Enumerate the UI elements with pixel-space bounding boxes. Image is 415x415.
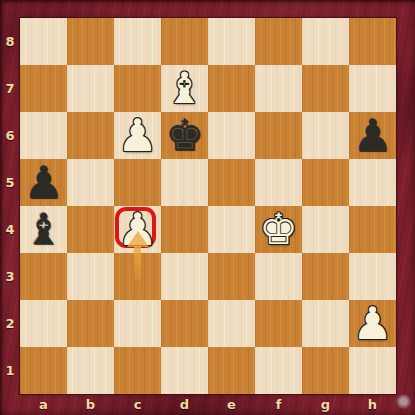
square-e5[interactable] [208, 159, 255, 206]
square-b2[interactable] [67, 300, 114, 347]
square-a2[interactable] [20, 300, 67, 347]
square-h6[interactable] [349, 112, 396, 159]
square-c2[interactable] [114, 300, 161, 347]
square-h7[interactable] [349, 65, 396, 112]
square-g8[interactable] [302, 18, 349, 65]
square-g5[interactable] [302, 159, 349, 206]
square-g3[interactable] [302, 253, 349, 300]
square-a4[interactable] [20, 206, 67, 253]
square-c6[interactable] [114, 112, 161, 159]
file-label-f: f [255, 394, 302, 415]
square-b6[interactable] [67, 112, 114, 159]
square-e7[interactable] [208, 65, 255, 112]
square-c8[interactable] [114, 18, 161, 65]
square-a3[interactable] [20, 253, 67, 300]
square-h3[interactable] [349, 253, 396, 300]
square-d1[interactable] [161, 347, 208, 394]
square-e1[interactable] [208, 347, 255, 394]
file-label-b: b [67, 394, 114, 415]
dotted-circle-logo-icon [396, 394, 411, 409]
square-b3[interactable] [67, 253, 114, 300]
chess-board [20, 18, 396, 394]
square-g2[interactable] [302, 300, 349, 347]
square-g6[interactable] [302, 112, 349, 159]
square-f6[interactable] [255, 112, 302, 159]
square-a6[interactable] [20, 112, 67, 159]
square-f4[interactable] [255, 206, 302, 253]
square-d4[interactable] [161, 206, 208, 253]
square-h2[interactable] [349, 300, 396, 347]
square-e8[interactable] [208, 18, 255, 65]
square-b8[interactable] [67, 18, 114, 65]
square-h8[interactable] [349, 18, 396, 65]
file-label-e: e [208, 394, 255, 415]
chess-board-frame: ♝♟♚♟♟♝♟♚♟ 87654321abcdefgh [0, 0, 415, 415]
square-b4[interactable] [67, 206, 114, 253]
file-label-a: a [20, 394, 67, 415]
file-label-g: g [302, 394, 349, 415]
square-e6[interactable] [208, 112, 255, 159]
square-f1[interactable] [255, 347, 302, 394]
square-e3[interactable] [208, 253, 255, 300]
square-g4[interactable] [302, 206, 349, 253]
square-a1[interactable] [20, 347, 67, 394]
rank-label-6: 6 [0, 112, 20, 159]
square-c3[interactable] [114, 253, 161, 300]
square-f5[interactable] [255, 159, 302, 206]
square-c5[interactable] [114, 159, 161, 206]
square-b5[interactable] [67, 159, 114, 206]
square-f2[interactable] [255, 300, 302, 347]
square-e4[interactable] [208, 206, 255, 253]
square-g1[interactable] [302, 347, 349, 394]
square-h1[interactable] [349, 347, 396, 394]
square-e2[interactable] [208, 300, 255, 347]
rank-label-3: 3 [0, 253, 20, 300]
square-a8[interactable] [20, 18, 67, 65]
file-label-h: h [349, 394, 396, 415]
square-f7[interactable] [255, 65, 302, 112]
square-f3[interactable] [255, 253, 302, 300]
square-d7[interactable] [161, 65, 208, 112]
square-h4[interactable] [349, 206, 396, 253]
square-c1[interactable] [114, 347, 161, 394]
square-d6[interactable] [161, 112, 208, 159]
square-a5[interactable] [20, 159, 67, 206]
rank-label-4: 4 [0, 206, 20, 253]
square-d3[interactable] [161, 253, 208, 300]
square-c4[interactable] [114, 206, 161, 253]
square-b1[interactable] [67, 347, 114, 394]
file-label-c: c [114, 394, 161, 415]
rank-label-1: 1 [0, 347, 20, 394]
rank-label-5: 5 [0, 159, 20, 206]
square-f8[interactable] [255, 18, 302, 65]
square-d5[interactable] [161, 159, 208, 206]
square-d8[interactable] [161, 18, 208, 65]
square-b7[interactable] [67, 65, 114, 112]
square-g7[interactable] [302, 65, 349, 112]
file-label-d: d [161, 394, 208, 415]
rank-label-2: 2 [0, 300, 20, 347]
rank-label-7: 7 [0, 65, 20, 112]
square-a7[interactable] [20, 65, 67, 112]
rank-label-8: 8 [0, 18, 20, 65]
square-c7[interactable] [114, 65, 161, 112]
square-d2[interactable] [161, 300, 208, 347]
square-h5[interactable] [349, 159, 396, 206]
